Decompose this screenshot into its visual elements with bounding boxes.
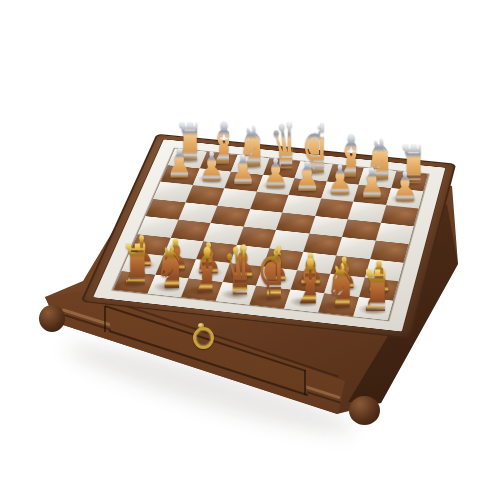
square-h1[interactable]: ♜: [353, 297, 393, 320]
square-b1[interactable]: ♞: [147, 274, 189, 297]
piece-gold-king[interactable]: ♚: [255, 244, 280, 302]
square-g1[interactable]: ♞: [318, 293, 358, 316]
square-a1[interactable]: ♜: [113, 271, 155, 294]
piece-silver-pawn[interactable]: ♟: [198, 151, 221, 184]
piece-silver-pawn[interactable]: ♟: [326, 164, 350, 197]
piece-gold-queen[interactable]: ♛: [221, 244, 246, 299]
piece-gold-rook[interactable]: ♜: [119, 243, 144, 288]
piece-gold-rook[interactable]: ♜: [359, 269, 384, 314]
piece-silver-pawn[interactable]: ♟: [391, 170, 415, 203]
square-d1[interactable]: ♛: [215, 282, 256, 305]
square-h6[interactable]: [381, 205, 419, 226]
square-f1[interactable]: ♝: [284, 289, 325, 312]
bun-foot-left: [39, 305, 65, 332]
drawer-seam-right: [304, 370, 306, 395]
piece-silver-pawn[interactable]: ♟: [166, 147, 189, 180]
drawer-ring-pull[interactable]: [193, 327, 214, 349]
board-top: ♜♝♞♛♚♝♞♜♟♟♟♟♟♟♟♟♟♟♟♟♟♟♟♟♜♞♝♛♚♝♞♜: [80, 134, 456, 339]
piece-gold-knight[interactable]: ♞: [324, 262, 349, 311]
square-c1[interactable]: ♝: [181, 278, 222, 301]
piece-gold-bishop[interactable]: ♝: [187, 245, 212, 295]
piece-silver-pawn[interactable]: ♟: [262, 157, 286, 190]
piece-silver-pawn[interactable]: ♟: [359, 167, 383, 200]
piece-gold-knight[interactable]: ♞: [153, 243, 178, 291]
square-f6[interactable]: [315, 198, 353, 219]
piece-silver-pawn[interactable]: ♟: [230, 154, 253, 187]
drawer-seam-left: [104, 306, 106, 332]
chess-set-photo: ♜♝♞♛♚♝♞♜♟♟♟♟♟♟♟♟♟♟♟♟♟♟♟♟♜♞♝♛♚♝♞♜: [0, 0, 480, 480]
bun-foot-right: [349, 396, 380, 425]
piece-gold-bishop[interactable]: ♝: [290, 256, 315, 306]
piece-silver-pawn[interactable]: ♟: [294, 160, 318, 193]
